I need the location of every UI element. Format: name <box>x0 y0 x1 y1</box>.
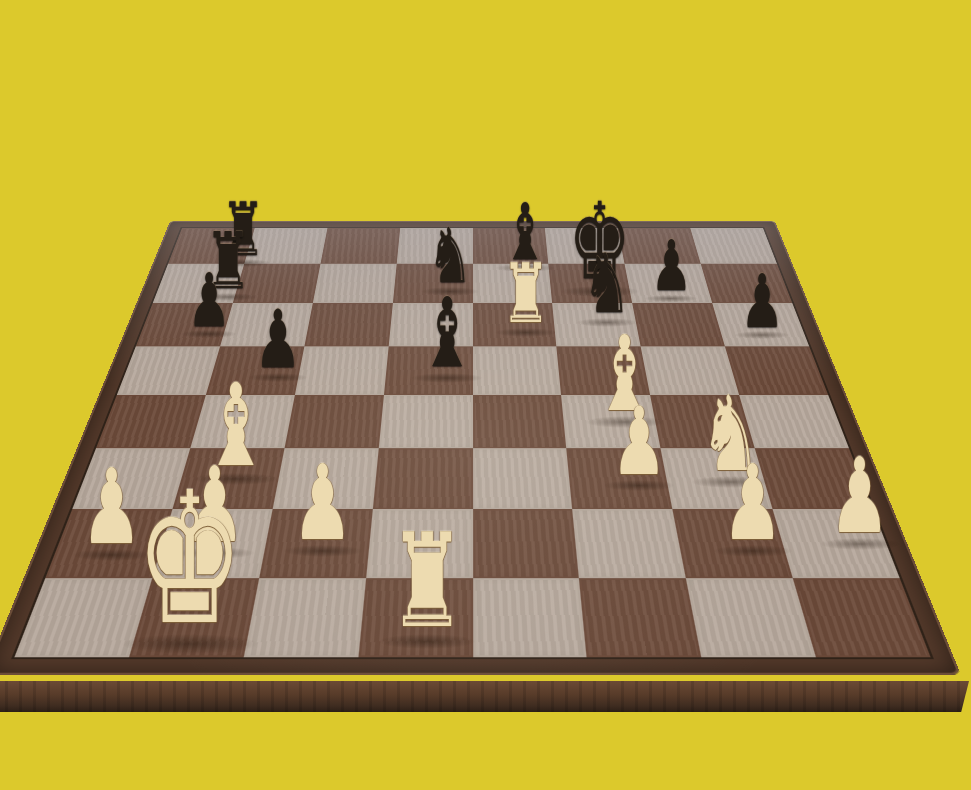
wood-grain <box>475 450 571 508</box>
black-pawn-glyph: ♟ <box>740 264 784 338</box>
piece-white-pawn-c2[interactable]: ♟ <box>271 451 375 555</box>
black-pawn-glyph: ♟ <box>650 231 691 301</box>
piece-black-pawn-h6[interactable]: ♟ <box>725 264 799 338</box>
square-f2[interactable] <box>573 509 687 578</box>
piece-white-rook-d1[interactable]: ♜ <box>362 516 492 646</box>
square-h1[interactable] <box>793 578 931 657</box>
square-f1[interactable] <box>579 578 701 657</box>
white-pawn-glyph: ♟ <box>292 451 354 555</box>
square-d4[interactable] <box>378 395 472 449</box>
black-bishop-glyph: ♝ <box>419 285 476 381</box>
wood-grain <box>796 580 927 655</box>
piece-white-pawn-g2[interactable]: ♟ <box>701 451 805 555</box>
white-rook-glyph: ♜ <box>502 253 551 335</box>
piece-black-pawn-a6[interactable]: ♟ <box>172 263 246 337</box>
wood-grain <box>582 580 699 655</box>
piece-white-king-b1[interactable]: ♚ <box>99 468 281 650</box>
square-c4[interactable] <box>284 395 383 449</box>
white-pawn-glyph: ♟ <box>722 451 784 555</box>
wood-grain <box>322 229 398 263</box>
white-rook-glyph: ♜ <box>389 516 466 646</box>
square-d3[interactable] <box>372 449 472 510</box>
square-c8[interactable] <box>320 228 400 264</box>
wood-grain <box>287 396 382 448</box>
white-king-glyph: ♚ <box>136 468 244 650</box>
scene: ♜♜♟♟♞♝♝♚♞♟♟♜♝♝♞♟♟♟♟♟♟♚♜ <box>0 0 971 790</box>
piece-white-rook-e6[interactable]: ♜ <box>485 253 567 335</box>
wood-grain <box>689 580 813 655</box>
wood-grain <box>575 511 683 577</box>
white-pawn-glyph: ♟ <box>611 395 667 489</box>
square-c7[interactable] <box>313 264 397 303</box>
wood-grain <box>475 396 565 448</box>
board-front-edge <box>0 681 969 712</box>
wood-grain <box>315 264 395 301</box>
square-e4[interactable] <box>473 395 567 449</box>
piece-black-bishop-d5[interactable]: ♝ <box>399 285 495 381</box>
piece-white-pawn-f3[interactable]: ♟ <box>592 395 686 489</box>
black-pawn-glyph: ♟ <box>187 263 231 337</box>
piece-white-pawn-h2[interactable]: ♟ <box>808 444 912 548</box>
wood-grain <box>306 304 390 345</box>
wood-grain <box>375 450 471 508</box>
white-pawn-glyph: ♟ <box>829 444 891 548</box>
square-e3[interactable] <box>473 449 573 510</box>
wood-grain <box>381 396 471 448</box>
